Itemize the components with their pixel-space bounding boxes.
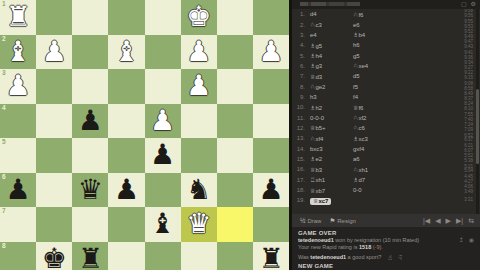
move-number: 16. bbox=[292, 166, 305, 172]
square-b5[interactable] bbox=[217, 138, 253, 173]
piece-bK-g8[interactable]: ♚ bbox=[36, 242, 72, 270]
nav-last-icon[interactable]: ▶| bbox=[456, 217, 463, 225]
move-times: 9:479:43 bbox=[451, 40, 473, 50]
move-times: 6:526:37 bbox=[451, 134, 473, 144]
piece-bP-d5[interactable]: ♟ bbox=[145, 138, 181, 173]
move-row-13.: 13.♘xf4♗xc36:526:37 bbox=[292, 133, 480, 143]
move-white-13.[interactable]: ♘xf4 bbox=[310, 135, 353, 142]
rating-value: 1518 bbox=[359, 244, 371, 250]
game-over-title: GAME OVER bbox=[292, 230, 480, 237]
move-number: 8. bbox=[292, 84, 305, 90]
move-times: 9:349:27 bbox=[451, 61, 473, 71]
move-number: 12. bbox=[292, 125, 305, 131]
move-row-12.: 12.♕b5+♘c67:247:09 bbox=[292, 123, 480, 133]
square-d6[interactable] bbox=[145, 173, 181, 208]
sport-line: Was tetedenoeud1 a good sport? ☝ ☟ bbox=[292, 254, 480, 261]
result-text: won by resignation (10 min Rated) bbox=[334, 237, 419, 243]
thumbs-down-icon[interactable]: ☟ bbox=[398, 254, 402, 261]
square-e6[interactable]: ♟ bbox=[108, 173, 144, 208]
move-white-10.[interactable]: ♗h2 bbox=[310, 104, 353, 111]
move-row-19.: 19.♕xc73:31 bbox=[292, 195, 480, 205]
move-white-5.[interactable]: ♗h4 bbox=[310, 52, 353, 59]
piece-wB-e2[interactable]: ♝ bbox=[108, 35, 144, 70]
rating-line: Your new Rapid rating is 1518 (-9). bbox=[292, 244, 480, 251]
move-number: 14. bbox=[292, 146, 305, 152]
move-black-3.[interactable]: ♗b4 bbox=[353, 31, 409, 38]
square-d4[interactable]: ♟ bbox=[145, 104, 181, 139]
gear-icon[interactable]: ⚙ bbox=[471, 0, 476, 7]
move-black-16.[interactable]: ♘xh1 bbox=[353, 166, 409, 173]
square-e5[interactable] bbox=[108, 138, 144, 173]
move-times: 4:063:49 bbox=[451, 185, 473, 195]
square-d8[interactable] bbox=[145, 242, 181, 270]
move-number: 13. bbox=[292, 135, 305, 141]
piece-wP-d4[interactable]: ♟ bbox=[145, 104, 181, 139]
move-row-18.: 18.♕xb70-04:063:49 bbox=[292, 185, 480, 195]
rating-delta: (-9). bbox=[373, 244, 383, 250]
scrollbar-thumb[interactable] bbox=[476, 89, 479, 164]
piece-wP-c2[interactable]: ♟ bbox=[181, 35, 217, 70]
move-row-9.: 9.h3f48:498:37 bbox=[292, 92, 480, 102]
square-g5[interactable] bbox=[36, 138, 72, 173]
piece-bP-f4[interactable]: ♟ bbox=[72, 104, 108, 139]
move-nav: |◀◀▶▶|⇆ bbox=[423, 217, 474, 225]
move-white-4.[interactable]: ♗g5 bbox=[310, 42, 353, 49]
square-b6[interactable] bbox=[217, 173, 253, 208]
draw-label: Draw bbox=[307, 218, 321, 224]
move-times: 9:559:53 bbox=[451, 20, 473, 30]
move-black-12.[interactable]: ♘c6 bbox=[353, 124, 409, 131]
move-white-16.[interactable]: ♕b3 bbox=[310, 166, 353, 173]
piece-bP-e6[interactable]: ♟ bbox=[108, 173, 144, 208]
move-black-14.[interactable]: gxf4 bbox=[353, 146, 409, 152]
rank-label-4: 4 bbox=[2, 105, 6, 112]
move-white-9.[interactable]: h3 bbox=[310, 94, 353, 100]
square-a8[interactable]: ♜ bbox=[253, 242, 289, 270]
square-g8[interactable]: ♚ bbox=[36, 242, 72, 270]
rank-label-7: 7 bbox=[2, 208, 6, 215]
move-row-8.: 8.♘ge2f59:088:58 bbox=[292, 81, 480, 91]
rating-prefix: Your new Rapid rating is bbox=[298, 244, 359, 250]
square-e8[interactable] bbox=[108, 242, 144, 270]
move-row-3.: 3.e4♗b49:529:49 bbox=[292, 30, 480, 40]
move-number: 2. bbox=[292, 22, 305, 28]
square-b7[interactable] bbox=[217, 207, 253, 242]
info-icon[interactable]: ◉ bbox=[469, 237, 474, 244]
square-d1[interactable] bbox=[145, 0, 181, 35]
move-white-18.[interactable]: ♕xb7 bbox=[310, 187, 353, 194]
move-row-16.: 16.♕b3♘xh15:215:04 bbox=[292, 164, 480, 174]
move-white-11.[interactable]: 0-0-0 bbox=[310, 115, 353, 121]
square-e2[interactable]: ♝ bbox=[108, 35, 144, 70]
move-times: 4:454:27 bbox=[451, 175, 473, 185]
move-number: 5. bbox=[292, 53, 305, 59]
move-number: 19. bbox=[292, 197, 305, 203]
nav-first-icon[interactable]: |◀ bbox=[423, 217, 430, 225]
move-number: 4. bbox=[292, 42, 305, 48]
move-number: 6. bbox=[292, 63, 305, 69]
move-times: 8:498:37 bbox=[451, 92, 473, 102]
square-b1[interactable] bbox=[217, 0, 253, 35]
square-h8[interactable]: 8 bbox=[0, 242, 36, 270]
board: 1♜♚2♝♟♝♟♟3♟♟4♟♟5♟6♟♛♟♞♟7♝♛8♚♜♜ bbox=[0, 0, 289, 270]
share-icon[interactable]: ↥ bbox=[459, 237, 464, 244]
game-over-section: GAME OVER tetedenoeud1 won by resignatio… bbox=[292, 227, 480, 270]
resign-label: Resign bbox=[337, 218, 356, 224]
move-number: 15. bbox=[292, 156, 305, 162]
piece-wB-h2[interactable]: ♝ bbox=[0, 35, 36, 70]
move-row-4.: 4.♗g5h69:479:43 bbox=[292, 40, 480, 50]
move-black-4.[interactable]: h6 bbox=[353, 42, 409, 48]
move-black-6.[interactable]: ♘xe4 bbox=[353, 62, 409, 69]
side-panel: ▢ ⚙ 1.d4♘f69:589:562.♘c3e69:559:533.e4♗b… bbox=[292, 0, 480, 270]
square-a7[interactable] bbox=[253, 207, 289, 242]
piece-bQ-f6[interactable]: ♛ bbox=[72, 173, 108, 208]
square-d3[interactable] bbox=[145, 69, 181, 104]
move-row-1.: 1.d4♘f69:589:56 bbox=[292, 9, 480, 19]
sport-prefix: Was bbox=[298, 254, 310, 260]
sport-suffix: a good sport? bbox=[346, 254, 381, 260]
square-c8[interactable] bbox=[181, 242, 217, 270]
square-h5[interactable]: 5 bbox=[0, 138, 36, 173]
square-b8[interactable] bbox=[217, 242, 253, 270]
move-number: 3. bbox=[292, 32, 305, 38]
square-c2[interactable]: ♟ bbox=[181, 35, 217, 70]
piece-bR-a8[interactable]: ♜ bbox=[253, 242, 289, 270]
square-f3[interactable] bbox=[72, 69, 108, 104]
move-row-11.: 11.0-0-0♘xf27:557:40 bbox=[292, 112, 480, 122]
piece-bP-a6[interactable]: ♟ bbox=[253, 173, 289, 208]
square-a3[interactable] bbox=[253, 69, 289, 104]
move-black-9.[interactable]: f4 bbox=[353, 94, 409, 100]
rank-label-5: 5 bbox=[2, 139, 6, 146]
square-f7[interactable] bbox=[72, 207, 108, 242]
piece-wP-c3[interactable]: ♟ bbox=[181, 69, 217, 104]
move-white-14.[interactable]: bxc3 bbox=[310, 146, 353, 152]
move-number: 10. bbox=[292, 104, 305, 110]
square-g2[interactable]: ♟ bbox=[36, 35, 72, 70]
square-d5[interactable]: ♟ bbox=[145, 138, 181, 173]
move-number: 9. bbox=[292, 94, 305, 100]
move-row-17.: 17.♖xh1♗d74:454:27 bbox=[292, 175, 480, 185]
move-white-19.[interactable]: ♕xc7 bbox=[310, 197, 353, 204]
piece-wP-h3[interactable]: ♟ bbox=[0, 69, 36, 104]
move-times: 5:215:04 bbox=[451, 165, 473, 175]
move-black-8.[interactable]: f5 bbox=[353, 84, 409, 90]
move-black-10.[interactable]: ♕f6 bbox=[353, 104, 409, 111]
scrollbar-track[interactable] bbox=[476, 9, 479, 214]
move-black-17.[interactable]: ♗d7 bbox=[353, 176, 409, 183]
piece-bN-c6[interactable]: ♞ bbox=[181, 173, 217, 208]
square-f6[interactable]: ♛ bbox=[72, 173, 108, 208]
move-number: 17. bbox=[292, 177, 305, 183]
square-b2[interactable] bbox=[217, 35, 253, 70]
piece-bP-h6[interactable]: ♟ bbox=[0, 173, 36, 208]
draw-button[interactable]: ½ Draw bbox=[300, 217, 321, 224]
square-g1[interactable] bbox=[36, 0, 72, 35]
move-white-12.[interactable]: ♕b5+ bbox=[310, 124, 353, 131]
winner-name[interactable]: tetedenoeud1 bbox=[298, 237, 334, 243]
move-row-14.: 14.bxc3gxf46:216:07 bbox=[292, 143, 480, 153]
resign-button[interactable]: ⚑ Resign bbox=[329, 217, 356, 225]
panel-title bbox=[300, 2, 360, 6]
move-black-2.[interactable]: e6 bbox=[353, 22, 409, 28]
piece-bB-d7[interactable]: ♝ bbox=[145, 207, 181, 242]
move-row-6.: 6.♗g3♘xe49:349:27 bbox=[292, 61, 480, 71]
move-white-17.[interactable]: ♖xh1 bbox=[310, 176, 353, 183]
move-white-2.[interactable]: ♘c3 bbox=[310, 21, 353, 28]
move-black-11.[interactable]: ♘xf2 bbox=[353, 114, 409, 121]
square-f2[interactable] bbox=[72, 35, 108, 70]
square-c3[interactable]: ♟ bbox=[181, 69, 217, 104]
square-a2[interactable]: ♟ bbox=[253, 35, 289, 70]
move-times: 3:31 bbox=[451, 198, 473, 203]
move-white-1.[interactable]: d4 bbox=[310, 11, 353, 17]
square-c4[interactable] bbox=[181, 104, 217, 139]
square-a1[interactable] bbox=[253, 0, 289, 35]
square-f5[interactable] bbox=[72, 138, 108, 173]
square-e3[interactable] bbox=[108, 69, 144, 104]
nav-prev-icon[interactable]: ◀ bbox=[435, 217, 440, 225]
panel-header: ▢ ⚙ bbox=[292, 0, 480, 9]
square-c1[interactable]: ♚ bbox=[181, 0, 217, 35]
move-row-2.: 2.♘c3e69:559:53 bbox=[292, 19, 480, 29]
square-h1[interactable]: 1♜ bbox=[0, 0, 36, 35]
piece-wK-c1[interactable]: ♚ bbox=[181, 0, 217, 35]
square-a4[interactable] bbox=[253, 104, 289, 139]
square-a5[interactable] bbox=[253, 138, 289, 173]
move-times: 9:589:56 bbox=[451, 9, 473, 19]
move-white-7.[interactable]: ♕d3 bbox=[310, 73, 353, 80]
move-black-13.[interactable]: ♗xc3 bbox=[353, 135, 409, 142]
square-d2[interactable] bbox=[145, 35, 181, 70]
square-g6[interactable] bbox=[36, 173, 72, 208]
move-black-5.[interactable]: g5 bbox=[353, 53, 409, 59]
move-times: 8:248:10 bbox=[451, 102, 473, 112]
board-wrap: 1♜♚2♝♟♝♟♟3♟♟4♟♟5♟6♟♛♟♞♟7♝♛8♚♜♜ bbox=[0, 0, 289, 270]
move-black-1.[interactable]: ♘f6 bbox=[353, 11, 409, 18]
move-times: 9:088:58 bbox=[451, 82, 473, 92]
window-icon[interactable]: ▢ bbox=[461, 0, 467, 7]
square-g4[interactable] bbox=[36, 104, 72, 139]
square-e4[interactable] bbox=[108, 104, 144, 139]
sport-name: tetedenoeud1 bbox=[310, 254, 346, 260]
piece-wP-a2[interactable]: ♟ bbox=[253, 35, 289, 70]
square-h6[interactable]: 6♟ bbox=[0, 173, 36, 208]
move-number: 11. bbox=[292, 115, 305, 121]
square-a6[interactable]: ♟ bbox=[253, 173, 289, 208]
square-c7[interactable]: ♛ bbox=[181, 207, 217, 242]
move-row-15.: 15.♗e2a65:525:38 bbox=[292, 154, 480, 164]
move-times: 6:216:07 bbox=[451, 144, 473, 154]
square-c5[interactable] bbox=[181, 138, 217, 173]
move-number: 1. bbox=[292, 11, 305, 17]
rank-label-8: 8 bbox=[2, 243, 6, 250]
move-row-5.: 5.♗h4g59:419:36 bbox=[292, 50, 480, 60]
move-row-10.: 10.♗h2♕f68:248:10 bbox=[292, 102, 480, 112]
game-toolbar: ½ Draw ⚑ Resign |◀◀▶▶|⇆ bbox=[292, 214, 480, 227]
piece-wP-g2[interactable]: ♟ bbox=[36, 35, 72, 70]
move-black-15.[interactable]: a6 bbox=[353, 156, 409, 162]
square-h3[interactable]: 3♟ bbox=[0, 69, 36, 104]
square-e7[interactable] bbox=[108, 207, 144, 242]
move-white-6.[interactable]: ♗g3 bbox=[310, 62, 353, 69]
move-list: 1.d4♘f69:589:562.♘c3e69:559:533.e4♗b49:5… bbox=[292, 9, 480, 214]
square-g3[interactable] bbox=[36, 69, 72, 104]
result-line: tetedenoeud1 won by resignation (10 min … bbox=[292, 237, 480, 244]
move-white-3.[interactable]: e4 bbox=[310, 32, 353, 38]
nav-flip-icon[interactable]: ⇆ bbox=[468, 217, 474, 225]
nav-next-icon[interactable]: ▶ bbox=[446, 217, 451, 225]
move-times: 9:229:15 bbox=[451, 71, 473, 81]
piece-wQ-c7[interactable]: ♛ bbox=[181, 207, 217, 242]
square-f4[interactable]: ♟ bbox=[72, 104, 108, 139]
move-number: 18. bbox=[292, 187, 305, 193]
app-screen: 1♜♚2♝♟♝♟♟3♟♟4♟♟5♟6♟♛♟♞♟7♝♛8♚♜♜ ▢ ⚙ 1.d4♘… bbox=[0, 0, 480, 270]
piece-bR-f8[interactable]: ♜ bbox=[72, 242, 108, 270]
thumbs-up-icon[interactable]: ☝ bbox=[388, 254, 392, 261]
move-times: 9:529:49 bbox=[451, 30, 473, 40]
move-times: 7:557:40 bbox=[451, 113, 473, 123]
square-e1[interactable] bbox=[108, 0, 144, 35]
move-times: 5:525:38 bbox=[451, 154, 473, 164]
square-c6[interactable]: ♞ bbox=[181, 173, 217, 208]
piece-wR-h1[interactable]: ♜ bbox=[0, 0, 36, 35]
move-times: 9:419:36 bbox=[451, 51, 473, 61]
square-h4[interactable]: 4 bbox=[0, 104, 36, 139]
square-b3[interactable] bbox=[217, 69, 253, 104]
move-white-15.[interactable]: ♗e2 bbox=[310, 155, 353, 162]
move-times: 7:247:09 bbox=[451, 123, 473, 133]
move-black-7.[interactable]: d5 bbox=[353, 73, 409, 79]
move-white-8.[interactable]: ♘ge2 bbox=[310, 83, 353, 90]
square-b4[interactable] bbox=[217, 104, 253, 139]
flag-icon: ⚑ bbox=[329, 217, 335, 225]
move-number: 7. bbox=[292, 73, 305, 79]
square-g7[interactable] bbox=[36, 207, 72, 242]
half-point-icon: ½ bbox=[300, 217, 305, 224]
square-f1[interactable] bbox=[72, 0, 108, 35]
new-game-title: NEW GAME bbox=[292, 263, 480, 270]
square-f8[interactable]: ♜ bbox=[72, 242, 108, 270]
move-row-7.: 7.♕d3d59:229:15 bbox=[292, 71, 480, 81]
square-h2[interactable]: 2♝ bbox=[0, 35, 36, 70]
square-h7[interactable]: 7 bbox=[0, 207, 36, 242]
square-d7[interactable]: ♝ bbox=[145, 207, 181, 242]
move-black-18.[interactable]: 0-0 bbox=[353, 187, 409, 193]
